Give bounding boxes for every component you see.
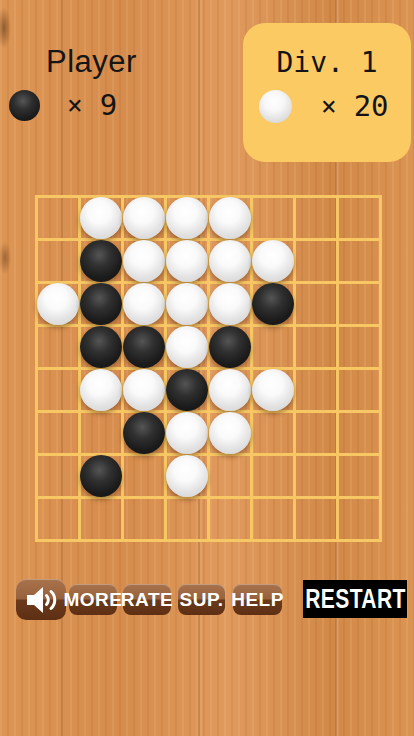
board-cell-r1c1[interactable] <box>81 241 121 281</box>
more-button[interactable]: MORE <box>69 584 117 615</box>
board-cell-r4c2[interactable] <box>124 370 164 410</box>
black-disc <box>166 369 208 411</box>
support-button[interactable]: SUP. <box>178 584 225 615</box>
restart-button[interactable]: RESTART <box>303 580 407 618</box>
board-cell-r3c1[interactable] <box>81 327 121 367</box>
board-cell-r7c1[interactable] <box>81 499 121 539</box>
board-cell-r2c6[interactable] <box>296 284 336 324</box>
board-cell-r5c2[interactable] <box>124 413 164 453</box>
white-disc <box>166 326 208 368</box>
board-cell-r1c3[interactable] <box>167 241 207 281</box>
board-cell-r0c5[interactable] <box>253 198 293 238</box>
white-disc <box>209 369 251 411</box>
white-disc <box>166 412 208 454</box>
board-cell-r4c3[interactable] <box>167 370 207 410</box>
board-cell-r7c4[interactable] <box>210 499 250 539</box>
white-disc <box>166 283 208 325</box>
player-score-row: × 9 <box>9 88 117 122</box>
board-cell-r7c5[interactable] <box>253 499 293 539</box>
board-cell-r4c5[interactable] <box>253 370 293 410</box>
white-stone-icon <box>259 90 292 123</box>
board-cell-r1c4[interactable] <box>210 241 250 281</box>
board-cell-r3c6[interactable] <box>296 327 336 367</box>
white-disc <box>209 412 251 454</box>
board-cell-r2c7[interactable] <box>339 284 379 324</box>
board-cell-r6c2[interactable] <box>124 456 164 496</box>
multiply-sign: × <box>321 91 337 121</box>
board-cell-r0c1[interactable] <box>81 198 121 238</box>
black-disc <box>209 326 251 368</box>
board-cell-r5c0[interactable] <box>38 413 78 453</box>
board-cell-r1c0[interactable] <box>38 241 78 281</box>
board-cell-r5c3[interactable] <box>167 413 207 453</box>
game-screen: Player × 9 Div. 1 × 20 MORE RATE SUP. HE… <box>0 0 414 736</box>
board-cell-r2c4[interactable] <box>210 284 250 324</box>
board-cell-r3c2[interactable] <box>124 327 164 367</box>
black-disc <box>123 326 165 368</box>
speaker-icon <box>25 586 57 614</box>
white-disc <box>252 240 294 282</box>
board-cell-r4c0[interactable] <box>38 370 78 410</box>
board-cell-r5c1[interactable] <box>81 413 121 453</box>
board-cell-r5c4[interactable] <box>210 413 250 453</box>
board-cell-r3c7[interactable] <box>339 327 379 367</box>
white-disc <box>209 197 251 239</box>
black-disc <box>80 240 122 282</box>
multiply-sign: × <box>67 90 83 120</box>
board-cell-r4c7[interactable] <box>339 370 379 410</box>
board-cell-r7c7[interactable] <box>339 499 379 539</box>
white-disc <box>252 369 294 411</box>
white-disc <box>37 283 79 325</box>
player-disc-count: 9 <box>100 88 117 122</box>
black-disc <box>80 326 122 368</box>
board-cell-r0c6[interactable] <box>296 198 336 238</box>
white-disc <box>209 240 251 282</box>
board-cell-r2c1[interactable] <box>81 284 121 324</box>
board-cell-r5c7[interactable] <box>339 413 379 453</box>
white-disc <box>166 240 208 282</box>
board-cell-r0c3[interactable] <box>167 198 207 238</box>
white-disc <box>80 197 122 239</box>
board-cell-r5c6[interactable] <box>296 413 336 453</box>
opponent-label: Div. 1 <box>243 46 411 79</box>
board-cell-r1c6[interactable] <box>296 241 336 281</box>
opponent-disc-count: 20 <box>354 89 389 123</box>
board-cell-r7c3[interactable] <box>167 499 207 539</box>
rate-button[interactable]: RATE <box>123 584 171 615</box>
board-cell-r6c6[interactable] <box>296 456 336 496</box>
board-cell-r2c5[interactable] <box>253 284 293 324</box>
board-cell-r1c5[interactable] <box>253 241 293 281</box>
opponent-panel: Div. 1 × 20 <box>243 23 411 162</box>
board-cell-r2c0[interactable] <box>38 284 78 324</box>
board-cell-r6c0[interactable] <box>38 456 78 496</box>
restart-label: RESTART <box>305 584 406 615</box>
black-disc <box>123 412 165 454</box>
board-cell-r3c0[interactable] <box>38 327 78 367</box>
white-disc <box>123 197 165 239</box>
board-cell-r1c2[interactable] <box>124 241 164 281</box>
black-disc <box>80 455 122 497</box>
white-disc <box>123 369 165 411</box>
board-cell-r4c6[interactable] <box>296 370 336 410</box>
help-button[interactable]: HELP <box>233 584 282 615</box>
board-cell-r0c7[interactable] <box>339 198 379 238</box>
white-disc <box>123 240 165 282</box>
board-cell-r4c1[interactable] <box>81 370 121 410</box>
black-disc <box>80 283 122 325</box>
white-disc <box>80 369 122 411</box>
board-cell-r3c3[interactable] <box>167 327 207 367</box>
board-cell-r5c5[interactable] <box>253 413 293 453</box>
board-cell-r6c5[interactable] <box>253 456 293 496</box>
black-disc <box>252 283 294 325</box>
board-cell-r6c3[interactable] <box>167 456 207 496</box>
white-disc <box>166 197 208 239</box>
sound-button[interactable] <box>16 579 66 620</box>
board-cell-r3c4[interactable] <box>210 327 250 367</box>
board-cell-r0c0[interactable] <box>38 198 78 238</box>
board-cell-r7c2[interactable] <box>124 499 164 539</box>
reversi-board <box>35 195 382 542</box>
board-cell-r7c0[interactable] <box>38 499 78 539</box>
opponent-score-row: × 20 <box>259 89 389 123</box>
board-cell-r4c4[interactable] <box>210 370 250 410</box>
board-cell-r2c3[interactable] <box>167 284 207 324</box>
board-cell-r0c2[interactable] <box>124 198 164 238</box>
board-cell-r0c4[interactable] <box>210 198 250 238</box>
board-cell-r6c7[interactable] <box>339 456 379 496</box>
board-cell-r3c5[interactable] <box>253 327 293 367</box>
board-cell-r6c1[interactable] <box>81 456 121 496</box>
board-cell-r1c7[interactable] <box>339 241 379 281</box>
board-cell-r6c4[interactable] <box>210 456 250 496</box>
white-disc <box>166 455 208 497</box>
player-label: Player <box>46 44 137 80</box>
white-disc <box>123 283 165 325</box>
board-cell-r2c2[interactable] <box>124 284 164 324</box>
black-stone-icon <box>9 90 40 121</box>
board-cell-r7c6[interactable] <box>296 499 336 539</box>
white-disc <box>209 283 251 325</box>
